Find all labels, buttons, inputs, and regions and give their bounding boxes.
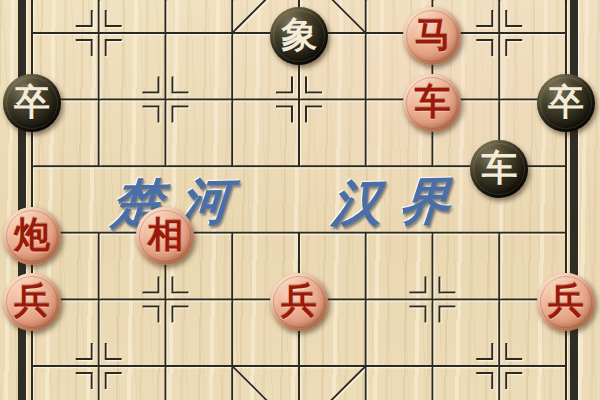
point-marker	[506, 10, 522, 26]
point-marker	[506, 343, 522, 359]
board-point-f5r3: 象	[266, 3, 333, 70]
point-marker	[476, 373, 492, 389]
piece-glyph: 卒	[14, 84, 50, 120]
point-marker	[306, 77, 322, 93]
point-marker	[143, 107, 159, 123]
piece-glyph: 车	[481, 150, 517, 186]
board-point-f3r6: 相	[132, 202, 199, 269]
piece-black-soldier[interactable]: 卒	[537, 74, 595, 132]
piece-black-soldier[interactable]: 卒	[3, 74, 61, 132]
point-marker	[173, 276, 189, 292]
point-marker	[506, 373, 522, 389]
board-border-right	[570, 0, 578, 400]
piece-red-soldier[interactable]: 兵	[537, 273, 595, 331]
board-point-f1r7: 兵	[0, 269, 65, 336]
point-marker	[476, 343, 492, 359]
piece-glyph: 相	[147, 217, 183, 253]
piece-glyph: 兵	[548, 283, 584, 319]
board-point-f1r4: 卒	[0, 69, 65, 136]
point-marker	[306, 107, 322, 123]
point-marker	[410, 276, 426, 292]
point-marker	[173, 107, 189, 123]
piece-glyph: 象	[281, 17, 317, 53]
point-marker	[506, 40, 522, 56]
piece-red-cannon[interactable]: 炮	[3, 207, 61, 265]
board-border-left	[18, 0, 26, 400]
point-marker	[76, 343, 92, 359]
point-marker	[76, 373, 92, 389]
point-marker	[143, 306, 159, 322]
board-point-f1r6: 炮	[0, 202, 65, 269]
point-marker	[173, 306, 189, 322]
piece-red-chariot[interactable]: 车	[403, 74, 461, 132]
point-marker	[173, 77, 189, 93]
piece-glyph: 兵	[281, 283, 317, 319]
point-marker	[440, 306, 456, 322]
point-marker	[440, 276, 456, 292]
piece-glyph: 车	[414, 84, 450, 120]
piece-glyph: 炮	[14, 217, 50, 253]
pieces-layer: 象马卒车卒车炮相兵兵兵	[0, 3, 599, 400]
point-marker	[76, 10, 92, 26]
board-point-f8r5: 车	[466, 136, 533, 203]
board-point-f9r7: 兵	[533, 269, 600, 336]
river-text-han-jie: 汉界	[329, 167, 471, 238]
point-marker	[106, 40, 122, 56]
piece-red-horse[interactable]: 马	[403, 7, 461, 65]
piece-glyph: 兵	[14, 283, 50, 319]
point-marker	[143, 77, 159, 93]
point-marker	[276, 107, 292, 123]
point-marker	[143, 276, 159, 292]
palace-diagonal	[299, 366, 366, 400]
board-point-f7r4: 车	[399, 69, 466, 136]
piece-glyph: 卒	[548, 84, 584, 120]
point-marker	[476, 10, 492, 26]
point-marker	[106, 343, 122, 359]
piece-red-elephant[interactable]: 相	[136, 207, 194, 265]
board-point-f7r3: 马	[399, 3, 466, 70]
xiangqi-board: 楚河 汉界 象马卒车卒车炮相兵兵兵	[0, 0, 600, 400]
piece-glyph: 马	[414, 17, 450, 53]
point-marker	[476, 40, 492, 56]
board-point-f9r4: 卒	[533, 69, 600, 136]
point-marker	[410, 306, 426, 322]
palace-diagonal	[232, 366, 299, 400]
point-marker	[106, 373, 122, 389]
piece-red-soldier[interactable]: 兵	[3, 273, 61, 331]
point-marker	[276, 77, 292, 93]
board-point-f5r7: 兵	[266, 269, 333, 336]
point-marker	[76, 40, 92, 56]
piece-black-elephant[interactable]: 象	[270, 7, 328, 65]
piece-red-soldier[interactable]: 兵	[270, 273, 328, 331]
point-marker	[106, 10, 122, 26]
piece-black-chariot[interactable]: 车	[470, 140, 528, 198]
